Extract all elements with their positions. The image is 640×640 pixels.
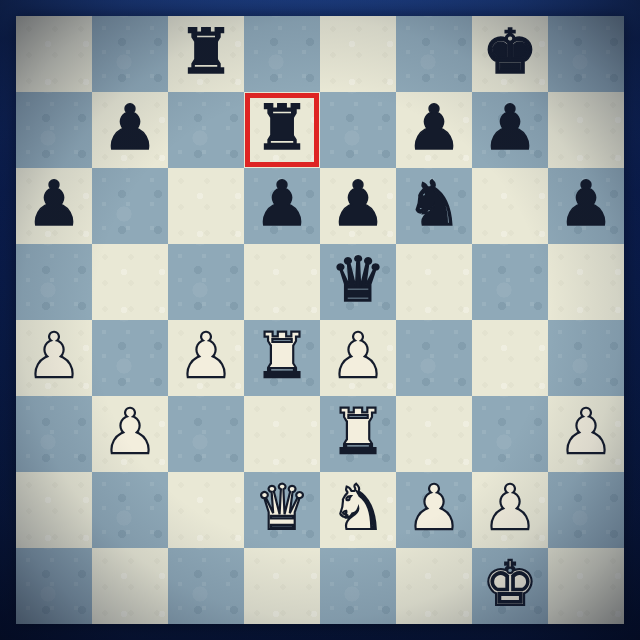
square-g3[interactable]: [472, 396, 548, 472]
square-a3[interactable]: [16, 396, 92, 472]
square-c1[interactable]: [168, 548, 244, 624]
square-e5[interactable]: ♛: [320, 244, 396, 320]
piece-black-pawn[interactable]: ♟: [254, 173, 310, 235]
piece-white-pawn[interactable]: ♟: [558, 401, 614, 463]
square-d7[interactable]: ♜: [244, 92, 320, 168]
photo-frame: ♜♚♟♜♟♟♟♟♟♞♟♛♟♟♜♟♟♜♟♛♞♟♟♚: [0, 0, 640, 640]
square-d4[interactable]: ♜: [244, 320, 320, 396]
square-f2[interactable]: ♟: [396, 472, 472, 548]
square-f5[interactable]: [396, 244, 472, 320]
square-b8[interactable]: [92, 16, 168, 92]
square-b3[interactable]: ♟: [92, 396, 168, 472]
square-e6[interactable]: ♟: [320, 168, 396, 244]
piece-black-rook[interactable]: ♜: [178, 21, 234, 83]
square-g7[interactable]: ♟: [472, 92, 548, 168]
square-d5[interactable]: [244, 244, 320, 320]
piece-white-pawn[interactable]: ♟: [406, 477, 462, 539]
square-c3[interactable]: [168, 396, 244, 472]
piece-white-pawn[interactable]: ♟: [102, 401, 158, 463]
square-h4[interactable]: [548, 320, 624, 396]
square-c5[interactable]: [168, 244, 244, 320]
square-b5[interactable]: [92, 244, 168, 320]
square-f3[interactable]: [396, 396, 472, 472]
square-a5[interactable]: [16, 244, 92, 320]
square-f1[interactable]: [396, 548, 472, 624]
square-a4[interactable]: ♟: [16, 320, 92, 396]
square-h1[interactable]: [548, 548, 624, 624]
square-e2[interactable]: ♞: [320, 472, 396, 548]
piece-white-knight[interactable]: ♞: [330, 477, 386, 539]
square-a2[interactable]: [16, 472, 92, 548]
square-f7[interactable]: ♟: [396, 92, 472, 168]
piece-black-pawn[interactable]: ♟: [406, 97, 462, 159]
piece-black-pawn[interactable]: ♟: [330, 173, 386, 235]
square-b4[interactable]: [92, 320, 168, 396]
square-e7[interactable]: [320, 92, 396, 168]
square-e8[interactable]: [320, 16, 396, 92]
piece-white-pawn[interactable]: ♟: [178, 325, 234, 387]
square-e3[interactable]: ♜: [320, 396, 396, 472]
square-h3[interactable]: ♟: [548, 396, 624, 472]
piece-black-pawn[interactable]: ♟: [102, 97, 158, 159]
piece-black-pawn[interactable]: ♟: [482, 97, 538, 159]
square-b1[interactable]: [92, 548, 168, 624]
square-e1[interactable]: [320, 548, 396, 624]
square-g1[interactable]: ♚: [472, 548, 548, 624]
square-h8[interactable]: [548, 16, 624, 92]
square-g2[interactable]: ♟: [472, 472, 548, 548]
piece-white-pawn[interactable]: ♟: [482, 477, 538, 539]
square-c4[interactable]: ♟: [168, 320, 244, 396]
piece-black-pawn[interactable]: ♟: [26, 173, 82, 235]
piece-black-queen[interactable]: ♛: [330, 249, 386, 311]
square-g5[interactable]: [472, 244, 548, 320]
square-c2[interactable]: [168, 472, 244, 548]
square-d1[interactable]: [244, 548, 320, 624]
square-a6[interactable]: ♟: [16, 168, 92, 244]
square-e4[interactable]: ♟: [320, 320, 396, 396]
square-c7[interactable]: [168, 92, 244, 168]
chess-board: ♜♚♟♜♟♟♟♟♟♞♟♛♟♟♜♟♟♜♟♛♞♟♟♚: [16, 16, 624, 624]
piece-white-king[interactable]: ♚: [482, 553, 538, 615]
square-g4[interactable]: [472, 320, 548, 396]
square-a8[interactable]: [16, 16, 92, 92]
square-a7[interactable]: [16, 92, 92, 168]
piece-black-pawn[interactable]: ♟: [558, 173, 614, 235]
square-g8[interactable]: ♚: [472, 16, 548, 92]
piece-white-pawn[interactable]: ♟: [330, 325, 386, 387]
square-b7[interactable]: ♟: [92, 92, 168, 168]
square-g6[interactable]: [472, 168, 548, 244]
square-d6[interactable]: ♟: [244, 168, 320, 244]
square-a1[interactable]: [16, 548, 92, 624]
square-c8[interactable]: ♜: [168, 16, 244, 92]
square-d3[interactable]: [244, 396, 320, 472]
piece-white-pawn[interactable]: ♟: [26, 325, 82, 387]
piece-black-knight[interactable]: ♞: [406, 173, 462, 235]
square-c6[interactable]: [168, 168, 244, 244]
piece-white-rook[interactable]: ♜: [254, 325, 310, 387]
square-h6[interactable]: ♟: [548, 168, 624, 244]
square-h7[interactable]: [548, 92, 624, 168]
square-d8[interactable]: [244, 16, 320, 92]
square-f6[interactable]: ♞: [396, 168, 472, 244]
square-h2[interactable]: [548, 472, 624, 548]
piece-black-rook[interactable]: ♜: [254, 97, 310, 159]
square-b2[interactable]: [92, 472, 168, 548]
piece-black-king[interactable]: ♚: [482, 21, 538, 83]
square-f8[interactable]: [396, 16, 472, 92]
piece-white-queen[interactable]: ♛: [254, 477, 310, 539]
square-d2[interactable]: ♛: [244, 472, 320, 548]
square-h5[interactable]: [548, 244, 624, 320]
piece-white-rook[interactable]: ♜: [330, 401, 386, 463]
square-b6[interactable]: [92, 168, 168, 244]
square-f4[interactable]: [396, 320, 472, 396]
